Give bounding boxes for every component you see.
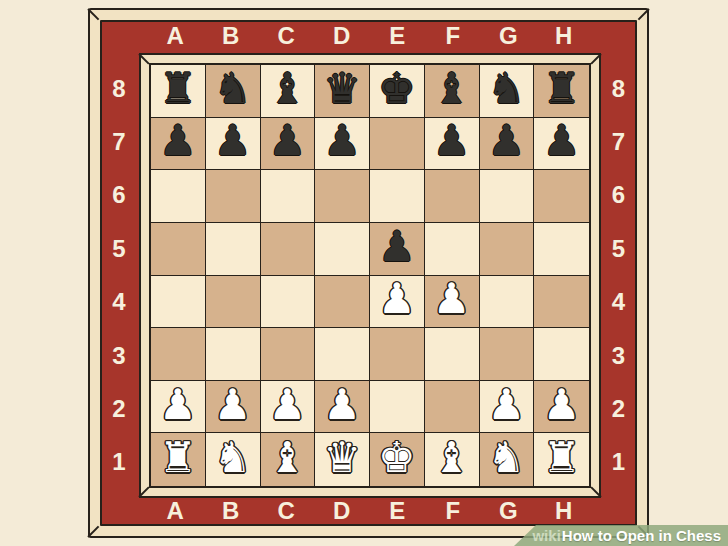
square-f7[interactable]: ♟ <box>425 118 480 171</box>
file-label-bottom-e: E <box>370 497 426 525</box>
square-h2[interactable]: ♟ <box>534 381 589 434</box>
square-c8[interactable]: ♝ <box>261 65 316 118</box>
square-a7[interactable]: ♟ <box>151 118 206 171</box>
rank-label-right-2: 2 <box>601 382 637 435</box>
piece-black-rook[interactable]: ♜ <box>159 68 197 110</box>
square-e4[interactable]: ♟ <box>370 276 425 329</box>
rank-label-left-5: 5 <box>100 222 139 275</box>
file-label-top-b: B <box>204 19 260 52</box>
rank-label-left-4: 4 <box>100 276 139 329</box>
piece-white-rook[interactable]: ♜ <box>543 437 581 479</box>
piece-black-pawn[interactable]: ♟ <box>543 120 581 162</box>
piece-black-pawn[interactable]: ♟ <box>378 226 416 268</box>
square-g3[interactable] <box>480 328 535 381</box>
square-a2[interactable]: ♟ <box>151 381 206 434</box>
rank-label-right-7: 7 <box>601 115 637 168</box>
square-d1[interactable]: ♛ <box>315 433 370 486</box>
square-c3[interactable] <box>261 328 316 381</box>
square-b4[interactable] <box>206 276 261 329</box>
square-f2[interactable] <box>425 381 480 434</box>
square-a6[interactable] <box>151 170 206 223</box>
file-label-bottom-c: C <box>259 497 315 525</box>
piece-white-queen[interactable]: ♛ <box>323 437 361 479</box>
file-labels-bottom: ABCDEFGH <box>148 497 592 525</box>
piece-black-pawn[interactable]: ♟ <box>159 120 197 162</box>
wikihow-brand: wiki <box>532 527 560 544</box>
square-d4[interactable] <box>315 276 370 329</box>
piece-white-pawn[interactable]: ♟ <box>159 384 197 426</box>
square-g6[interactable] <box>480 170 535 223</box>
square-b1[interactable]: ♞ <box>206 433 261 486</box>
square-a8[interactable]: ♜ <box>151 65 206 118</box>
frame-miter <box>638 8 650 20</box>
square-a1[interactable]: ♜ <box>151 433 206 486</box>
frame-miter <box>87 526 99 538</box>
file-label-bottom-h: H <box>537 497 593 525</box>
piece-black-king[interactable]: ♚ <box>378 68 416 110</box>
piece-black-knight[interactable]: ♞ <box>214 68 252 110</box>
square-h1[interactable]: ♜ <box>534 433 589 486</box>
square-a4[interactable] <box>151 276 206 329</box>
piece-black-queen[interactable]: ♛ <box>323 68 361 110</box>
square-g2[interactable]: ♟ <box>480 381 535 434</box>
rank-label-left-1: 1 <box>100 436 139 489</box>
square-e2[interactable] <box>370 381 425 434</box>
square-b7[interactable]: ♟ <box>206 118 261 171</box>
file-label-top-c: C <box>259 19 315 52</box>
chessboard-frame: ABCDEFGH ABCDEFGH 87654321 87654321 ♜♞♝♛… <box>88 8 649 538</box>
square-f4[interactable]: ♟ <box>425 276 480 329</box>
square-g1[interactable]: ♞ <box>480 433 535 486</box>
square-g7[interactable]: ♟ <box>480 118 535 171</box>
square-f1[interactable]: ♝ <box>425 433 480 486</box>
piece-black-pawn[interactable]: ♟ <box>488 120 526 162</box>
piece-white-king[interactable]: ♚ <box>378 437 416 479</box>
rank-label-right-6: 6 <box>601 169 637 222</box>
file-labels-top: ABCDEFGH <box>148 19 592 52</box>
square-e7[interactable] <box>370 118 425 171</box>
wikihow-title: How to Open in Chess <box>562 527 721 544</box>
piece-white-pawn[interactable]: ♟ <box>543 384 581 426</box>
square-a5[interactable] <box>151 223 206 276</box>
square-c6[interactable] <box>261 170 316 223</box>
square-h3[interactable] <box>534 328 589 381</box>
rank-label-right-8: 8 <box>601 62 637 115</box>
square-c4[interactable] <box>261 276 316 329</box>
file-label-top-e: E <box>370 19 426 52</box>
piece-white-pawn[interactable]: ♟ <box>214 384 252 426</box>
piece-white-pawn[interactable]: ♟ <box>488 384 526 426</box>
rank-label-left-7: 7 <box>100 115 139 168</box>
piece-black-bishop[interactable]: ♝ <box>269 68 307 110</box>
piece-white-pawn[interactable]: ♟ <box>378 278 416 320</box>
file-label-bottom-d: D <box>315 497 371 525</box>
piece-black-pawn[interactable]: ♟ <box>323 120 361 162</box>
bevel-miter <box>590 53 601 64</box>
square-e3[interactable] <box>370 328 425 381</box>
piece-white-bishop[interactable]: ♝ <box>433 437 471 479</box>
square-h4[interactable] <box>534 276 589 329</box>
piece-white-pawn[interactable]: ♟ <box>323 384 361 426</box>
piece-black-bishop[interactable]: ♝ <box>433 68 471 110</box>
rank-labels-left: 87654321 <box>100 62 139 489</box>
square-h8[interactable]: ♜ <box>534 65 589 118</box>
piece-white-pawn[interactable]: ♟ <box>433 278 471 320</box>
rank-label-right-3: 3 <box>601 329 637 382</box>
file-label-top-a: A <box>148 19 204 52</box>
piece-white-rook[interactable]: ♜ <box>159 437 197 479</box>
page: ABCDEFGH ABCDEFGH 87654321 87654321 ♜♞♝♛… <box>0 0 728 546</box>
square-b5[interactable] <box>206 223 261 276</box>
piece-white-bishop[interactable]: ♝ <box>269 437 307 479</box>
file-label-top-f: F <box>426 19 482 52</box>
square-e5[interactable]: ♟ <box>370 223 425 276</box>
bevel-miter <box>138 486 149 497</box>
square-f8[interactable]: ♝ <box>425 65 480 118</box>
square-e6[interactable] <box>370 170 425 223</box>
rank-labels-right: 87654321 <box>601 62 637 489</box>
piece-black-pawn[interactable]: ♟ <box>269 120 307 162</box>
rank-label-left-2: 2 <box>100 382 139 435</box>
square-h5[interactable] <box>534 223 589 276</box>
file-label-bottom-f: F <box>426 497 482 525</box>
square-e8[interactable]: ♚ <box>370 65 425 118</box>
square-c2[interactable]: ♟ <box>261 381 316 434</box>
file-label-bottom-g: G <box>481 497 537 525</box>
file-label-top-d: D <box>315 19 371 52</box>
square-c7[interactable]: ♟ <box>261 118 316 171</box>
square-b2[interactable]: ♟ <box>206 381 261 434</box>
square-h7[interactable]: ♟ <box>534 118 589 171</box>
rank-label-left-3: 3 <box>100 329 139 382</box>
square-f5[interactable] <box>425 223 480 276</box>
file-label-bottom-b: B <box>204 497 260 525</box>
piece-white-knight[interactable]: ♞ <box>214 437 252 479</box>
square-b8[interactable]: ♞ <box>206 65 261 118</box>
bevel-miter <box>138 53 149 64</box>
piece-black-rook[interactable]: ♜ <box>543 68 581 110</box>
square-e1[interactable]: ♚ <box>370 433 425 486</box>
rank-label-left-6: 6 <box>100 169 139 222</box>
file-label-top-h: H <box>537 19 593 52</box>
square-d5[interactable] <box>315 223 370 276</box>
rank-label-right-4: 4 <box>601 276 637 329</box>
square-d8[interactable]: ♛ <box>315 65 370 118</box>
square-f3[interactable] <box>425 328 480 381</box>
rank-label-left-8: 8 <box>100 62 139 115</box>
square-c5[interactable] <box>261 223 316 276</box>
square-g8[interactable]: ♞ <box>480 65 535 118</box>
rank-label-right-1: 1 <box>601 436 637 489</box>
piece-white-pawn[interactable]: ♟ <box>269 384 307 426</box>
bevel-miter <box>590 486 601 497</box>
square-d7[interactable]: ♟ <box>315 118 370 171</box>
file-label-top-g: G <box>481 19 537 52</box>
piece-white-knight[interactable]: ♞ <box>488 437 526 479</box>
square-c1[interactable]: ♝ <box>261 433 316 486</box>
square-g5[interactable] <box>480 223 535 276</box>
rank-label-right-5: 5 <box>601 222 637 275</box>
square-a3[interactable] <box>151 328 206 381</box>
wikihow-watermark: wiki How to Open in Chess <box>514 525 728 546</box>
square-d6[interactable] <box>315 170 370 223</box>
frame-miter <box>87 8 99 20</box>
square-f6[interactable] <box>425 170 480 223</box>
square-g4[interactable] <box>480 276 535 329</box>
piece-black-knight[interactable]: ♞ <box>488 68 526 110</box>
square-d2[interactable]: ♟ <box>315 381 370 434</box>
piece-black-pawn[interactable]: ♟ <box>214 120 252 162</box>
square-b3[interactable] <box>206 328 261 381</box>
chessboard: ♜♞♝♛♚♝♞♜♟♟♟♟♟♟♟♟♟♟♟♟♟♟♟♟♜♞♝♛♚♝♞♜ <box>149 63 591 488</box>
square-d3[interactable] <box>315 328 370 381</box>
file-label-bottom-a: A <box>148 497 204 525</box>
square-h6[interactable] <box>534 170 589 223</box>
piece-black-pawn[interactable]: ♟ <box>433 120 471 162</box>
square-b6[interactable] <box>206 170 261 223</box>
board-bevel: ♜♞♝♛♚♝♞♜♟♟♟♟♟♟♟♟♟♟♟♟♟♟♟♟♜♞♝♛♚♝♞♜ <box>139 53 601 498</box>
